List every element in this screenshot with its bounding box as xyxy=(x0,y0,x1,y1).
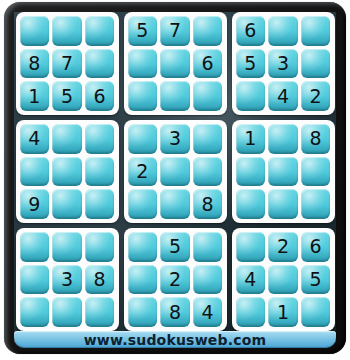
cell-r9c6: 4 xyxy=(193,297,223,327)
cell-r4c5: 3 xyxy=(160,124,190,154)
site-url[interactable]: www.sudokusweb.com xyxy=(84,332,267,348)
cell-r7c9: 6 xyxy=(301,232,331,262)
cell-r3c7[interactable] xyxy=(236,81,266,111)
cell-r9c5: 8 xyxy=(160,297,190,327)
box-3-3: 26451 xyxy=(232,228,335,331)
cell-r7c2[interactable] xyxy=(52,232,82,262)
cell-r8c3: 8 xyxy=(85,265,115,295)
cell-r5c2[interactable] xyxy=(52,157,82,187)
cell-r4c6[interactable] xyxy=(193,124,223,154)
cell-r2c7: 5 xyxy=(236,49,266,79)
cell-r3c9: 2 xyxy=(301,81,331,111)
cell-r5c4: 2 xyxy=(128,157,158,187)
cell-r9c8: 1 xyxy=(268,297,298,327)
cell-r4c8[interactable] xyxy=(268,124,298,154)
cell-r5c8[interactable] xyxy=(268,157,298,187)
cell-r5c6[interactable] xyxy=(193,157,223,187)
cell-r5c7[interactable] xyxy=(236,157,266,187)
cell-r3c6[interactable] xyxy=(193,81,223,111)
board-panel: 8715657665342493281838528426451 xyxy=(14,12,336,331)
cell-r2c4[interactable] xyxy=(128,49,158,79)
cell-r5c9[interactable] xyxy=(301,157,331,187)
cell-r2c5[interactable] xyxy=(160,49,190,79)
cell-r7c7[interactable] xyxy=(236,232,266,262)
cell-r1c4: 5 xyxy=(128,16,158,46)
cell-r2c2: 7 xyxy=(52,49,82,79)
cell-r3c5[interactable] xyxy=(160,81,190,111)
cell-r9c7[interactable] xyxy=(236,297,266,327)
cell-r8c1[interactable] xyxy=(20,265,50,295)
cell-r9c3[interactable] xyxy=(85,297,115,327)
cell-r4c7: 1 xyxy=(236,124,266,154)
cell-r4c9: 8 xyxy=(301,124,331,154)
cell-r7c4[interactable] xyxy=(128,232,158,262)
box-3-2: 5284 xyxy=(124,228,227,331)
cell-r5c5[interactable] xyxy=(160,157,190,187)
cell-r4c4[interactable] xyxy=(128,124,158,154)
puzzle-frame: 8715657665342493281838528426451 www.sudo… xyxy=(4,2,346,354)
cell-r6c9[interactable] xyxy=(301,189,331,219)
cell-r6c8[interactable] xyxy=(268,189,298,219)
cell-r1c1[interactable] xyxy=(20,16,50,46)
cell-r8c8[interactable] xyxy=(268,265,298,295)
cell-r1c6[interactable] xyxy=(193,16,223,46)
cell-r1c9[interactable] xyxy=(301,16,331,46)
cell-r7c1[interactable] xyxy=(20,232,50,262)
cell-r1c5: 7 xyxy=(160,16,190,46)
sudoku-board: 8715657665342493281838528426451 xyxy=(16,12,335,331)
cell-r3c4[interactable] xyxy=(128,81,158,111)
box-2-2: 328 xyxy=(124,120,227,223)
cell-r1c8[interactable] xyxy=(268,16,298,46)
cell-r8c6[interactable] xyxy=(193,265,223,295)
cell-r7c8: 2 xyxy=(268,232,298,262)
cell-r5c3[interactable] xyxy=(85,157,115,187)
cell-r9c2[interactable] xyxy=(52,297,82,327)
cell-r6c5[interactable] xyxy=(160,189,190,219)
footer-bar: www.sudokusweb.com xyxy=(14,331,336,348)
cell-r9c1[interactable] xyxy=(20,297,50,327)
cell-r7c6[interactable] xyxy=(193,232,223,262)
cell-r9c9[interactable] xyxy=(301,297,331,327)
cell-r8c7: 4 xyxy=(236,265,266,295)
cell-r8c4[interactable] xyxy=(128,265,158,295)
cell-r8c2: 3 xyxy=(52,265,82,295)
cell-r8c5: 2 xyxy=(160,265,190,295)
cell-r4c2[interactable] xyxy=(52,124,82,154)
cell-r3c1: 1 xyxy=(20,81,50,111)
box-1-3: 65342 xyxy=(232,12,335,115)
cell-r9c4[interactable] xyxy=(128,297,158,327)
cell-r2c9[interactable] xyxy=(301,49,331,79)
box-1-2: 576 xyxy=(124,12,227,115)
cell-r6c1: 9 xyxy=(20,189,50,219)
box-2-1: 49 xyxy=(16,120,119,223)
cell-r8c9: 5 xyxy=(301,265,331,295)
cell-r2c8: 3 xyxy=(268,49,298,79)
cell-r2c3[interactable] xyxy=(85,49,115,79)
cell-r2c6: 6 xyxy=(193,49,223,79)
cell-r1c2[interactable] xyxy=(52,16,82,46)
cell-r1c7: 6 xyxy=(236,16,266,46)
cell-r3c2: 5 xyxy=(52,81,82,111)
cell-r7c5: 5 xyxy=(160,232,190,262)
cell-r6c3[interactable] xyxy=(85,189,115,219)
cell-r7c3[interactable] xyxy=(85,232,115,262)
cell-r6c2[interactable] xyxy=(52,189,82,219)
box-3-1: 38 xyxy=(16,228,119,331)
cell-r3c3: 6 xyxy=(85,81,115,111)
cell-r3c8: 4 xyxy=(268,81,298,111)
box-1-1: 87156 xyxy=(16,12,119,115)
cell-r2c1: 8 xyxy=(20,49,50,79)
cell-r5c1[interactable] xyxy=(20,157,50,187)
cell-r4c1: 4 xyxy=(20,124,50,154)
cell-r6c6: 8 xyxy=(193,189,223,219)
box-2-3: 18 xyxy=(232,120,335,223)
cell-r1c3[interactable] xyxy=(85,16,115,46)
cell-r6c7[interactable] xyxy=(236,189,266,219)
cell-r6c4[interactable] xyxy=(128,189,158,219)
cell-r4c3[interactable] xyxy=(85,124,115,154)
